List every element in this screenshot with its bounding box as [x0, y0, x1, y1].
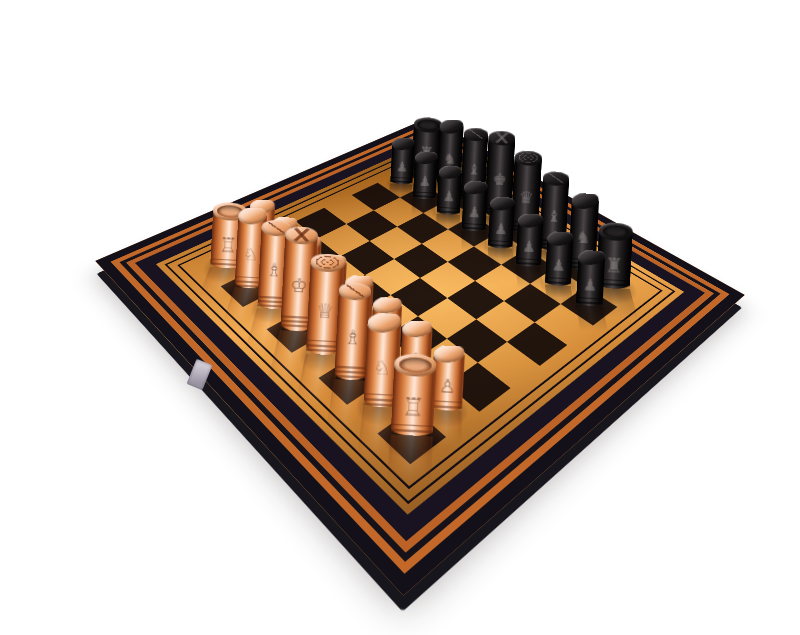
king-top-cross-cut-icon: [488, 130, 516, 145]
pawn-glyph-icon: ♟: [437, 189, 461, 204]
pawn-glyph-icon: ♟: [488, 221, 513, 237]
base-grooves: [390, 177, 413, 184]
piece-reflection: [388, 183, 413, 206]
pawn-glyph-icon: ♟: [413, 174, 436, 189]
pawn-glyph-icon: ♟: [516, 239, 542, 255]
bishop-glyph-icon: ♝: [540, 208, 567, 225]
bishop-top-diagonal-cut-icon: [542, 170, 569, 185]
piece-white-rook-a1[interactable]: ♖: [391, 352, 438, 436]
chessboard: ♜♞♝♚♛♝♞♜♟♟♟♟♟♟♟♟♙♙♙♙♙♙♙♙♖♘♗♔♕♗♘♖: [95, 118, 745, 596]
queen-top-rings-icon: [514, 150, 542, 166]
base-grooves: [545, 277, 571, 285]
base-grooves: [334, 365, 367, 380]
piece-reflection: [462, 230, 487, 256]
pawn-glyph-icon: ♟: [462, 205, 487, 221]
piece-black-pawn-a7[interactable]: ♟: [576, 249, 606, 306]
base-grooves: [461, 223, 485, 231]
rook-glyph-icon: ♖: [391, 393, 435, 421]
board-surface: ♜♞♝♚♛♝♞♜♟♟♟♟♟♟♟♟♙♙♙♙♙♙♙♙♖♘♗♔♕♗♘♖: [95, 118, 745, 596]
king-top-cross-cut-icon: [285, 225, 319, 244]
rook-top-recess-icon: [394, 352, 437, 376]
base-grooves: [488, 240, 513, 248]
piece-reflection: [436, 213, 460, 238]
piece-black-pawn-f7[interactable]: ♟: [437, 165, 463, 215]
pawn-glyph-icon: ♟: [545, 257, 572, 274]
pawn-glyph-icon: ♟: [576, 277, 604, 294]
bishop-top-diagonal-cut-icon: [338, 281, 371, 300]
piece-reflection: [429, 409, 462, 454]
base-grooves: [431, 400, 463, 410]
queen-top-rings-icon: [310, 252, 345, 271]
bishop-glyph-icon: ♗: [336, 327, 370, 348]
rook-top-recess-icon: [413, 116, 442, 132]
knight-glyph-icon: ♞: [569, 228, 597, 246]
piece-black-pawn-b7[interactable]: ♟: [545, 231, 574, 286]
base-grooves: [437, 207, 461, 215]
queen-glyph-icon: ♛: [512, 189, 541, 207]
piece-black-pawn-h7[interactable]: ♟: [390, 137, 415, 184]
knight-glyph-icon: ♞: [438, 151, 463, 167]
piece-reflection: [386, 434, 433, 494]
piece-black-pawn-c7[interactable]: ♟: [515, 213, 543, 267]
piece-black-pawn-g7[interactable]: ♟: [413, 151, 438, 200]
bishop-top-diagonal-cut-icon: [463, 127, 488, 141]
base-grooves: [515, 258, 541, 266]
pawn-glyph-icon: ♙: [431, 376, 463, 396]
rook-top-recess-icon: [598, 221, 633, 240]
piece-reflection: [411, 198, 435, 222]
photo-stage: Standard chess starting position ♜♞♝♚♛♝♞…: [0, 0, 800, 635]
base-grooves: [576, 297, 603, 306]
base-grooves: [391, 423, 434, 436]
piece-black-pawn-d7[interactable]: ♟: [488, 196, 515, 248]
pawn-glyph-icon: ♟: [391, 160, 414, 175]
king-glyph-icon: ♚: [486, 170, 514, 188]
bishop-glyph-icon: ♝: [461, 162, 486, 178]
base-grooves: [413, 192, 436, 199]
piece-black-pawn-e7[interactable]: ♟: [461, 180, 488, 231]
